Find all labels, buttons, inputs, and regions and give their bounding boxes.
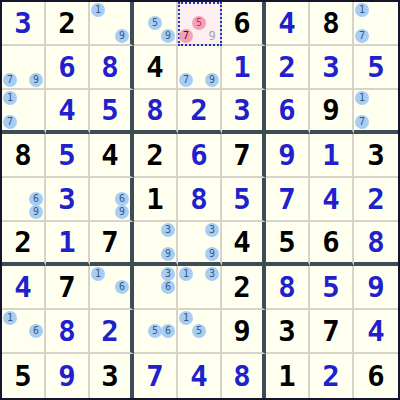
user-digit: 3 bbox=[58, 185, 75, 214]
pencil-mark-3: 3 bbox=[161, 223, 175, 237]
cell-r3c5[interactable]: 2 bbox=[178, 90, 222, 134]
pencil-mark-6: 6 bbox=[115, 192, 129, 206]
given-digit: 4 bbox=[233, 228, 250, 257]
user-digit: 3 bbox=[14, 9, 31, 38]
given-digit: 7 bbox=[233, 141, 250, 170]
pencil-mark-7: 7 bbox=[179, 29, 193, 43]
cell-r1c8[interactable]: 8 bbox=[310, 2, 354, 46]
cell-r6c3[interactable]: 7 bbox=[90, 222, 134, 266]
sudoku-app: 3219595796481779684791235174582369178542… bbox=[0, 0, 400, 400]
cell-r1c5[interactable]: 579 bbox=[178, 2, 222, 46]
cell-r6c9[interactable]: 8 bbox=[354, 222, 398, 266]
given-digit: 6 bbox=[367, 362, 384, 391]
cell-r9c3[interactable]: 3 bbox=[90, 354, 134, 398]
cell-r5c5[interactable]: 8 bbox=[178, 178, 222, 222]
cell-r3c7[interactable]: 6 bbox=[266, 90, 310, 134]
given-digit: 3 bbox=[367, 141, 384, 170]
cell-r1c6[interactable]: 6 bbox=[222, 2, 266, 46]
user-digit: 6 bbox=[58, 53, 75, 82]
cell-r7c4[interactable]: 36 bbox=[134, 266, 178, 310]
given-digit: 1 bbox=[146, 185, 163, 214]
cell-r4c4[interactable]: 2 bbox=[134, 134, 178, 178]
pencil-mark-6: 6 bbox=[161, 280, 175, 294]
cell-r2c7[interactable]: 2 bbox=[266, 46, 310, 90]
given-digit: 1 bbox=[278, 362, 295, 391]
cell-r2c9[interactable]: 5 bbox=[354, 46, 398, 90]
cell-r2c8[interactable]: 3 bbox=[310, 46, 354, 90]
cell-r6c5[interactable]: 39 bbox=[178, 222, 222, 266]
given-digit: 2 bbox=[146, 141, 163, 170]
user-digit: 5 bbox=[233, 185, 250, 214]
pencil-mark-1: 1 bbox=[355, 3, 369, 17]
pencil-mark-7: 7 bbox=[355, 29, 369, 43]
given-digit: 4 bbox=[101, 141, 118, 170]
given-digit: 8 bbox=[322, 9, 339, 38]
user-digit: 7 bbox=[146, 362, 163, 391]
user-digit: 1 bbox=[322, 141, 339, 170]
pencil-mark-7: 7 bbox=[179, 73, 193, 87]
cell-r9c6[interactable]: 8 bbox=[222, 354, 266, 398]
pencil-mark-9: 9 bbox=[205, 73, 219, 87]
pencil-mark-3: 3 bbox=[161, 267, 175, 281]
cell-r4c5[interactable]: 6 bbox=[178, 134, 222, 178]
cell-r3c2[interactable]: 4 bbox=[46, 90, 90, 134]
cell-r1c7[interactable]: 4 bbox=[266, 2, 310, 46]
given-digit: 7 bbox=[101, 228, 118, 257]
cell-r2c1[interactable]: 79 bbox=[2, 46, 46, 90]
user-digit: 4 bbox=[367, 317, 384, 346]
cell-r7c5[interactable]: 13 bbox=[178, 266, 222, 310]
cell-r6c4[interactable]: 39 bbox=[134, 222, 178, 266]
cell-r9c4[interactable]: 7 bbox=[134, 354, 178, 398]
user-digit: 9 bbox=[58, 362, 75, 391]
user-digit: 4 bbox=[322, 185, 339, 214]
cell-r7c1[interactable]: 4 bbox=[2, 266, 46, 310]
pencil-mark-3: 3 bbox=[205, 223, 219, 237]
pencil-mark-9: 9 bbox=[29, 205, 43, 219]
pencil-mark-6: 6 bbox=[161, 324, 175, 338]
user-digit: 8 bbox=[146, 96, 163, 125]
cell-r9c5[interactable]: 4 bbox=[178, 354, 222, 398]
cell-r7c6[interactable]: 2 bbox=[222, 266, 266, 310]
given-digit: 2 bbox=[14, 228, 31, 257]
pencil-mark-5: 5 bbox=[148, 324, 162, 338]
pencil-mark-7: 7 bbox=[3, 73, 17, 87]
cell-r2c6[interactable]: 1 bbox=[222, 46, 266, 90]
cell-r4c9[interactable]: 3 bbox=[354, 134, 398, 178]
pencil-mark-9: 9 bbox=[115, 29, 129, 43]
cell-r2c3[interactable]: 8 bbox=[90, 46, 134, 90]
cell-r4c8[interactable]: 1 bbox=[310, 134, 354, 178]
given-digit: 2 bbox=[58, 9, 75, 38]
given-digit: 7 bbox=[58, 273, 75, 302]
pencil-mark-9: 9 bbox=[205, 29, 219, 43]
cell-r8c9[interactable]: 4 bbox=[354, 310, 398, 354]
given-digit: 6 bbox=[322, 228, 339, 257]
user-digit: 4 bbox=[278, 9, 295, 38]
cell-r4c3[interactable]: 4 bbox=[90, 134, 134, 178]
cell-r8c4[interactable]: 56 bbox=[134, 310, 178, 354]
cell-r6c1[interactable]: 2 bbox=[2, 222, 46, 266]
user-digit: 8 bbox=[367, 228, 384, 257]
user-digit: 2 bbox=[278, 53, 295, 82]
cell-r7c8[interactable]: 5 bbox=[310, 266, 354, 310]
pencil-mark-6: 6 bbox=[29, 192, 43, 206]
pencil-mark-1: 1 bbox=[91, 267, 105, 281]
user-digit: 3 bbox=[233, 96, 250, 125]
user-digit: 5 bbox=[58, 141, 75, 170]
user-digit: 4 bbox=[190, 362, 207, 391]
cell-r5c1[interactable]: 69 bbox=[2, 178, 46, 222]
cell-r8c7[interactable]: 3 bbox=[266, 310, 310, 354]
cell-r8c6[interactable]: 9 bbox=[222, 310, 266, 354]
cell-r5c7[interactable]: 7 bbox=[266, 178, 310, 222]
pencil-mark-9: 9 bbox=[29, 73, 43, 87]
cell-r6c2[interactable]: 1 bbox=[46, 222, 90, 266]
user-digit: 5 bbox=[322, 273, 339, 302]
pencil-mark-1: 1 bbox=[179, 311, 193, 325]
user-digit: 2 bbox=[322, 362, 339, 391]
cell-r9c8[interactable]: 2 bbox=[310, 354, 354, 398]
cell-r9c7[interactable]: 1 bbox=[266, 354, 310, 398]
user-digit: 1 bbox=[58, 228, 75, 257]
cell-r5c4[interactable]: 1 bbox=[134, 178, 178, 222]
pencil-mark-1: 1 bbox=[3, 311, 17, 325]
cell-r8c5[interactable]: 15 bbox=[178, 310, 222, 354]
cell-r1c9[interactable]: 17 bbox=[354, 2, 398, 46]
user-digit: 8 bbox=[58, 317, 75, 346]
cell-r4c2[interactable]: 5 bbox=[46, 134, 90, 178]
user-digit: 8 bbox=[101, 53, 118, 82]
cell-r5c6[interactable]: 5 bbox=[222, 178, 266, 222]
cell-r5c2[interactable]: 3 bbox=[46, 178, 90, 222]
given-digit: 9 bbox=[322, 96, 339, 125]
pencil-mark-9: 9 bbox=[115, 205, 129, 219]
pencil-mark-9: 9 bbox=[161, 247, 175, 261]
pencil-mark-3: 3 bbox=[205, 267, 219, 281]
cell-r4c1[interactable]: 8 bbox=[2, 134, 46, 178]
pencil-mark-1: 1 bbox=[91, 3, 105, 17]
cell-r1c4[interactable]: 59 bbox=[134, 2, 178, 46]
cell-r2c4[interactable]: 4 bbox=[134, 46, 178, 90]
user-digit: 9 bbox=[367, 273, 384, 302]
user-digit: 7 bbox=[278, 185, 295, 214]
given-digit: 8 bbox=[14, 141, 31, 170]
pencil-mark-1: 1 bbox=[179, 267, 193, 281]
pencil-mark-5: 5 bbox=[148, 16, 162, 30]
cell-r3c9[interactable]: 17 bbox=[354, 90, 398, 134]
given-digit: 9 bbox=[233, 317, 250, 346]
pencil-mark-9: 9 bbox=[205, 247, 219, 261]
cell-r1c3[interactable]: 19 bbox=[90, 2, 134, 46]
cell-r6c6[interactable]: 4 bbox=[222, 222, 266, 266]
given-digit: 5 bbox=[278, 228, 295, 257]
pencil-mark-1: 1 bbox=[355, 91, 369, 105]
user-digit: 4 bbox=[14, 273, 31, 302]
user-digit: 2 bbox=[367, 185, 384, 214]
cell-r4c6[interactable]: 7 bbox=[222, 134, 266, 178]
sudoku-board: 3219595796481779684791235174582369178542… bbox=[0, 0, 400, 400]
cell-r3c6[interactable]: 3 bbox=[222, 90, 266, 134]
cell-r8c3[interactable]: 2 bbox=[90, 310, 134, 354]
cell-r4c7[interactable]: 9 bbox=[266, 134, 310, 178]
cell-r9c2[interactable]: 9 bbox=[46, 354, 90, 398]
cell-r1c2[interactable]: 2 bbox=[46, 2, 90, 46]
cell-r3c1[interactable]: 17 bbox=[2, 90, 46, 134]
given-digit: 5 bbox=[14, 362, 31, 391]
user-digit: 6 bbox=[190, 141, 207, 170]
pencil-mark-7: 7 bbox=[3, 115, 17, 129]
pencil-mark-5: 5 bbox=[192, 324, 206, 338]
cell-r9c9[interactable]: 6 bbox=[354, 354, 398, 398]
cell-r7c3[interactable]: 16 bbox=[90, 266, 134, 310]
cell-r9c1[interactable]: 5 bbox=[2, 354, 46, 398]
user-digit: 5 bbox=[101, 96, 118, 125]
cell-r8c8[interactable]: 7 bbox=[310, 310, 354, 354]
user-digit: 1 bbox=[233, 53, 250, 82]
user-digit: 2 bbox=[101, 317, 118, 346]
cell-r5c3[interactable]: 69 bbox=[90, 178, 134, 222]
cell-r7c2[interactable]: 7 bbox=[46, 266, 90, 310]
pencil-mark-6: 6 bbox=[29, 324, 43, 338]
pencil-mark-9: 9 bbox=[161, 29, 175, 43]
pencil-mark-5: 5 bbox=[192, 16, 206, 30]
given-digit: 4 bbox=[146, 53, 163, 82]
user-digit: 8 bbox=[190, 185, 207, 214]
cell-r7c7[interactable]: 8 bbox=[266, 266, 310, 310]
given-digit: 2 bbox=[233, 273, 250, 302]
cell-r5c9[interactable]: 2 bbox=[354, 178, 398, 222]
cell-r2c2[interactable]: 6 bbox=[46, 46, 90, 90]
cell-r3c4[interactable]: 8 bbox=[134, 90, 178, 134]
given-digit: 3 bbox=[101, 362, 118, 391]
given-digit: 7 bbox=[322, 317, 339, 346]
cell-r3c3[interactable]: 5 bbox=[90, 90, 134, 134]
user-digit: 8 bbox=[278, 273, 295, 302]
cell-r1c1[interactable]: 3 bbox=[2, 2, 46, 46]
cell-r5c8[interactable]: 4 bbox=[310, 178, 354, 222]
given-digit: 3 bbox=[278, 317, 295, 346]
given-digit: 6 bbox=[233, 9, 250, 38]
cell-r8c2[interactable]: 8 bbox=[46, 310, 90, 354]
cell-r7c9[interactable]: 9 bbox=[354, 266, 398, 310]
user-digit: 8 bbox=[233, 362, 250, 391]
user-digit: 3 bbox=[322, 53, 339, 82]
cell-r6c8[interactable]: 6 bbox=[310, 222, 354, 266]
pencil-mark-7: 7 bbox=[355, 115, 369, 129]
cell-r3c8[interactable]: 9 bbox=[310, 90, 354, 134]
pencil-mark-1: 1 bbox=[3, 91, 17, 105]
cell-r2c5[interactable]: 79 bbox=[178, 46, 222, 90]
user-digit: 2 bbox=[190, 96, 207, 125]
cell-r8c1[interactable]: 16 bbox=[2, 310, 46, 354]
user-digit: 9 bbox=[278, 141, 295, 170]
user-digit: 4 bbox=[58, 96, 75, 125]
cell-r6c7[interactable]: 5 bbox=[266, 222, 310, 266]
pencil-mark-6: 6 bbox=[115, 280, 129, 294]
user-digit: 5 bbox=[367, 53, 384, 82]
user-digit: 6 bbox=[278, 96, 295, 125]
